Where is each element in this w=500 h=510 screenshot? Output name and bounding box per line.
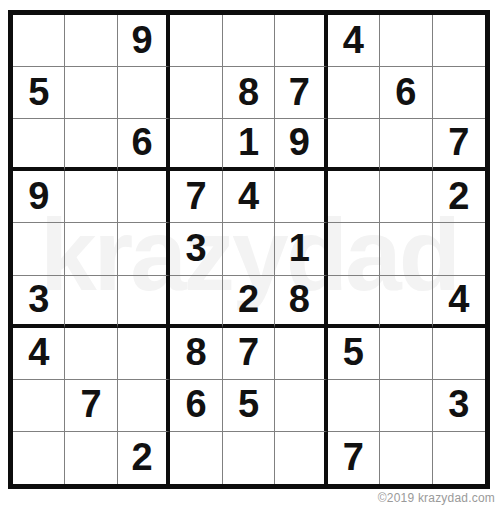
cell-r9c8[interactable]: [380, 432, 432, 484]
cell-r8c2[interactable]: 7: [65, 380, 117, 432]
cell-r7c1[interactable]: 4: [13, 328, 65, 380]
cell-r2c5[interactable]: 8: [223, 67, 275, 119]
cell-r7c9[interactable]: [433, 328, 485, 380]
cell-r9c7[interactable]: 7: [328, 432, 380, 484]
cell-r3c6[interactable]: 9: [275, 119, 327, 171]
cell-r4c8[interactable]: [380, 171, 432, 223]
cell-r4c7[interactable]: [328, 171, 380, 223]
cell-r7c3[interactable]: [118, 328, 170, 380]
cell-r7c4[interactable]: 8: [170, 328, 222, 380]
cell-r6c4[interactable]: [170, 276, 222, 328]
cell-r5c2[interactable]: [65, 223, 117, 275]
cell-r2c6[interactable]: 7: [275, 67, 327, 119]
cell-r7c7[interactable]: 5: [328, 328, 380, 380]
sudoku-grid: 945876619797423132844875765327: [13, 15, 485, 484]
cell-r9c6[interactable]: [275, 432, 327, 484]
cell-r5c6[interactable]: 1: [275, 223, 327, 275]
cell-r3c4[interactable]: [170, 119, 222, 171]
cell-r5c4[interactable]: 3: [170, 223, 222, 275]
cell-r8c4[interactable]: 6: [170, 380, 222, 432]
cell-r4c5[interactable]: 4: [223, 171, 275, 223]
cell-r9c3[interactable]: 2: [118, 432, 170, 484]
sudoku-board: krazydad 945876619797423132844875765327: [8, 10, 490, 489]
cell-r4c2[interactable]: [65, 171, 117, 223]
cell-r1c4[interactable]: [170, 15, 222, 67]
cell-r7c8[interactable]: [380, 328, 432, 380]
cell-r9c4[interactable]: [170, 432, 222, 484]
cell-r8c8[interactable]: [380, 380, 432, 432]
cell-r4c4[interactable]: 7: [170, 171, 222, 223]
cell-r5c8[interactable]: [380, 223, 432, 275]
cell-r2c8[interactable]: 6: [380, 67, 432, 119]
cell-r7c6[interactable]: [275, 328, 327, 380]
cell-r6c2[interactable]: [65, 276, 117, 328]
cell-r9c1[interactable]: [13, 432, 65, 484]
cell-r5c3[interactable]: [118, 223, 170, 275]
cell-r3c5[interactable]: 1: [223, 119, 275, 171]
cell-r1c2[interactable]: [65, 15, 117, 67]
cell-r6c3[interactable]: [118, 276, 170, 328]
cell-r6c1[interactable]: 3: [13, 276, 65, 328]
cell-r6c7[interactable]: [328, 276, 380, 328]
cell-r6c6[interactable]: 8: [275, 276, 327, 328]
cell-r2c1[interactable]: 5: [13, 67, 65, 119]
cell-r1c7[interactable]: 4: [328, 15, 380, 67]
cell-r9c2[interactable]: [65, 432, 117, 484]
cell-r3c9[interactable]: 7: [433, 119, 485, 171]
cell-r3c2[interactable]: [65, 119, 117, 171]
cell-r8c6[interactable]: [275, 380, 327, 432]
cell-r2c7[interactable]: [328, 67, 380, 119]
cell-r1c5[interactable]: [223, 15, 275, 67]
cell-r5c5[interactable]: [223, 223, 275, 275]
cell-r6c8[interactable]: [380, 276, 432, 328]
cell-r2c9[interactable]: [433, 67, 485, 119]
cell-r7c2[interactable]: [65, 328, 117, 380]
cell-r6c5[interactable]: 2: [223, 276, 275, 328]
cell-r2c4[interactable]: [170, 67, 222, 119]
cell-r3c7[interactable]: [328, 119, 380, 171]
cell-r2c3[interactable]: [118, 67, 170, 119]
cell-r7c5[interactable]: 7: [223, 328, 275, 380]
cell-r9c9[interactable]: [433, 432, 485, 484]
cell-r1c1[interactable]: [13, 15, 65, 67]
cell-r1c8[interactable]: [380, 15, 432, 67]
cell-r8c3[interactable]: [118, 380, 170, 432]
cell-r8c1[interactable]: [13, 380, 65, 432]
cell-r3c3[interactable]: 6: [118, 119, 170, 171]
cell-r3c8[interactable]: [380, 119, 432, 171]
cell-r4c1[interactable]: 9: [13, 171, 65, 223]
cell-r9c5[interactable]: [223, 432, 275, 484]
cell-r5c1[interactable]: [13, 223, 65, 275]
cell-r4c6[interactable]: [275, 171, 327, 223]
cell-r8c9[interactable]: 3: [433, 380, 485, 432]
cell-r1c9[interactable]: [433, 15, 485, 67]
cell-r5c7[interactable]: [328, 223, 380, 275]
cell-r6c9[interactable]: 4: [433, 276, 485, 328]
cell-r1c3[interactable]: 9: [118, 15, 170, 67]
cell-r5c9[interactable]: [433, 223, 485, 275]
copyright-credit: ©2019 krazydad.com: [378, 491, 495, 505]
cell-r8c7[interactable]: [328, 380, 380, 432]
cell-r4c3[interactable]: [118, 171, 170, 223]
cell-r8c5[interactable]: 5: [223, 380, 275, 432]
cell-r1c6[interactable]: [275, 15, 327, 67]
cell-r2c2[interactable]: [65, 67, 117, 119]
cell-r4c9[interactable]: 2: [433, 171, 485, 223]
cell-r3c1[interactable]: [13, 119, 65, 171]
